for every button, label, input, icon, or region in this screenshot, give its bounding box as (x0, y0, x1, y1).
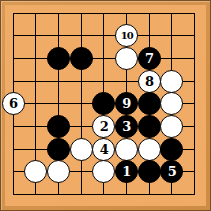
stone-black-D7 (70, 47, 93, 70)
move-number-label: 8 (145, 75, 154, 88)
stone-white-D3 (70, 138, 93, 161)
move-number-label: 2 (100, 120, 109, 133)
grid-line-vertical (194, 13, 195, 195)
move-number-label: 10 (121, 31, 133, 41)
stone-black-C3 (47, 138, 70, 161)
move-number-label: 7 (145, 52, 154, 65)
move-number-label: 6 (9, 97, 18, 110)
move-number-label: 3 (122, 120, 131, 133)
screenshot-root: 10786923415 (0, 0, 211, 211)
stone-white-G3 (138, 138, 161, 161)
move-number-label: 9 (122, 97, 131, 110)
stone-white-G6: 8 (138, 70, 161, 93)
move-number-label: 5 (168, 165, 177, 178)
stone-white-F3 (115, 138, 138, 161)
grid-line-horizontal (13, 194, 195, 195)
stone-black-G7: 7 (138, 47, 161, 70)
move-number-label: 4 (100, 143, 109, 156)
go-board[interactable]: 10786923415 (0, 0, 211, 211)
stone-black-G4 (138, 115, 161, 138)
move-number-label: 1 (122, 165, 131, 178)
